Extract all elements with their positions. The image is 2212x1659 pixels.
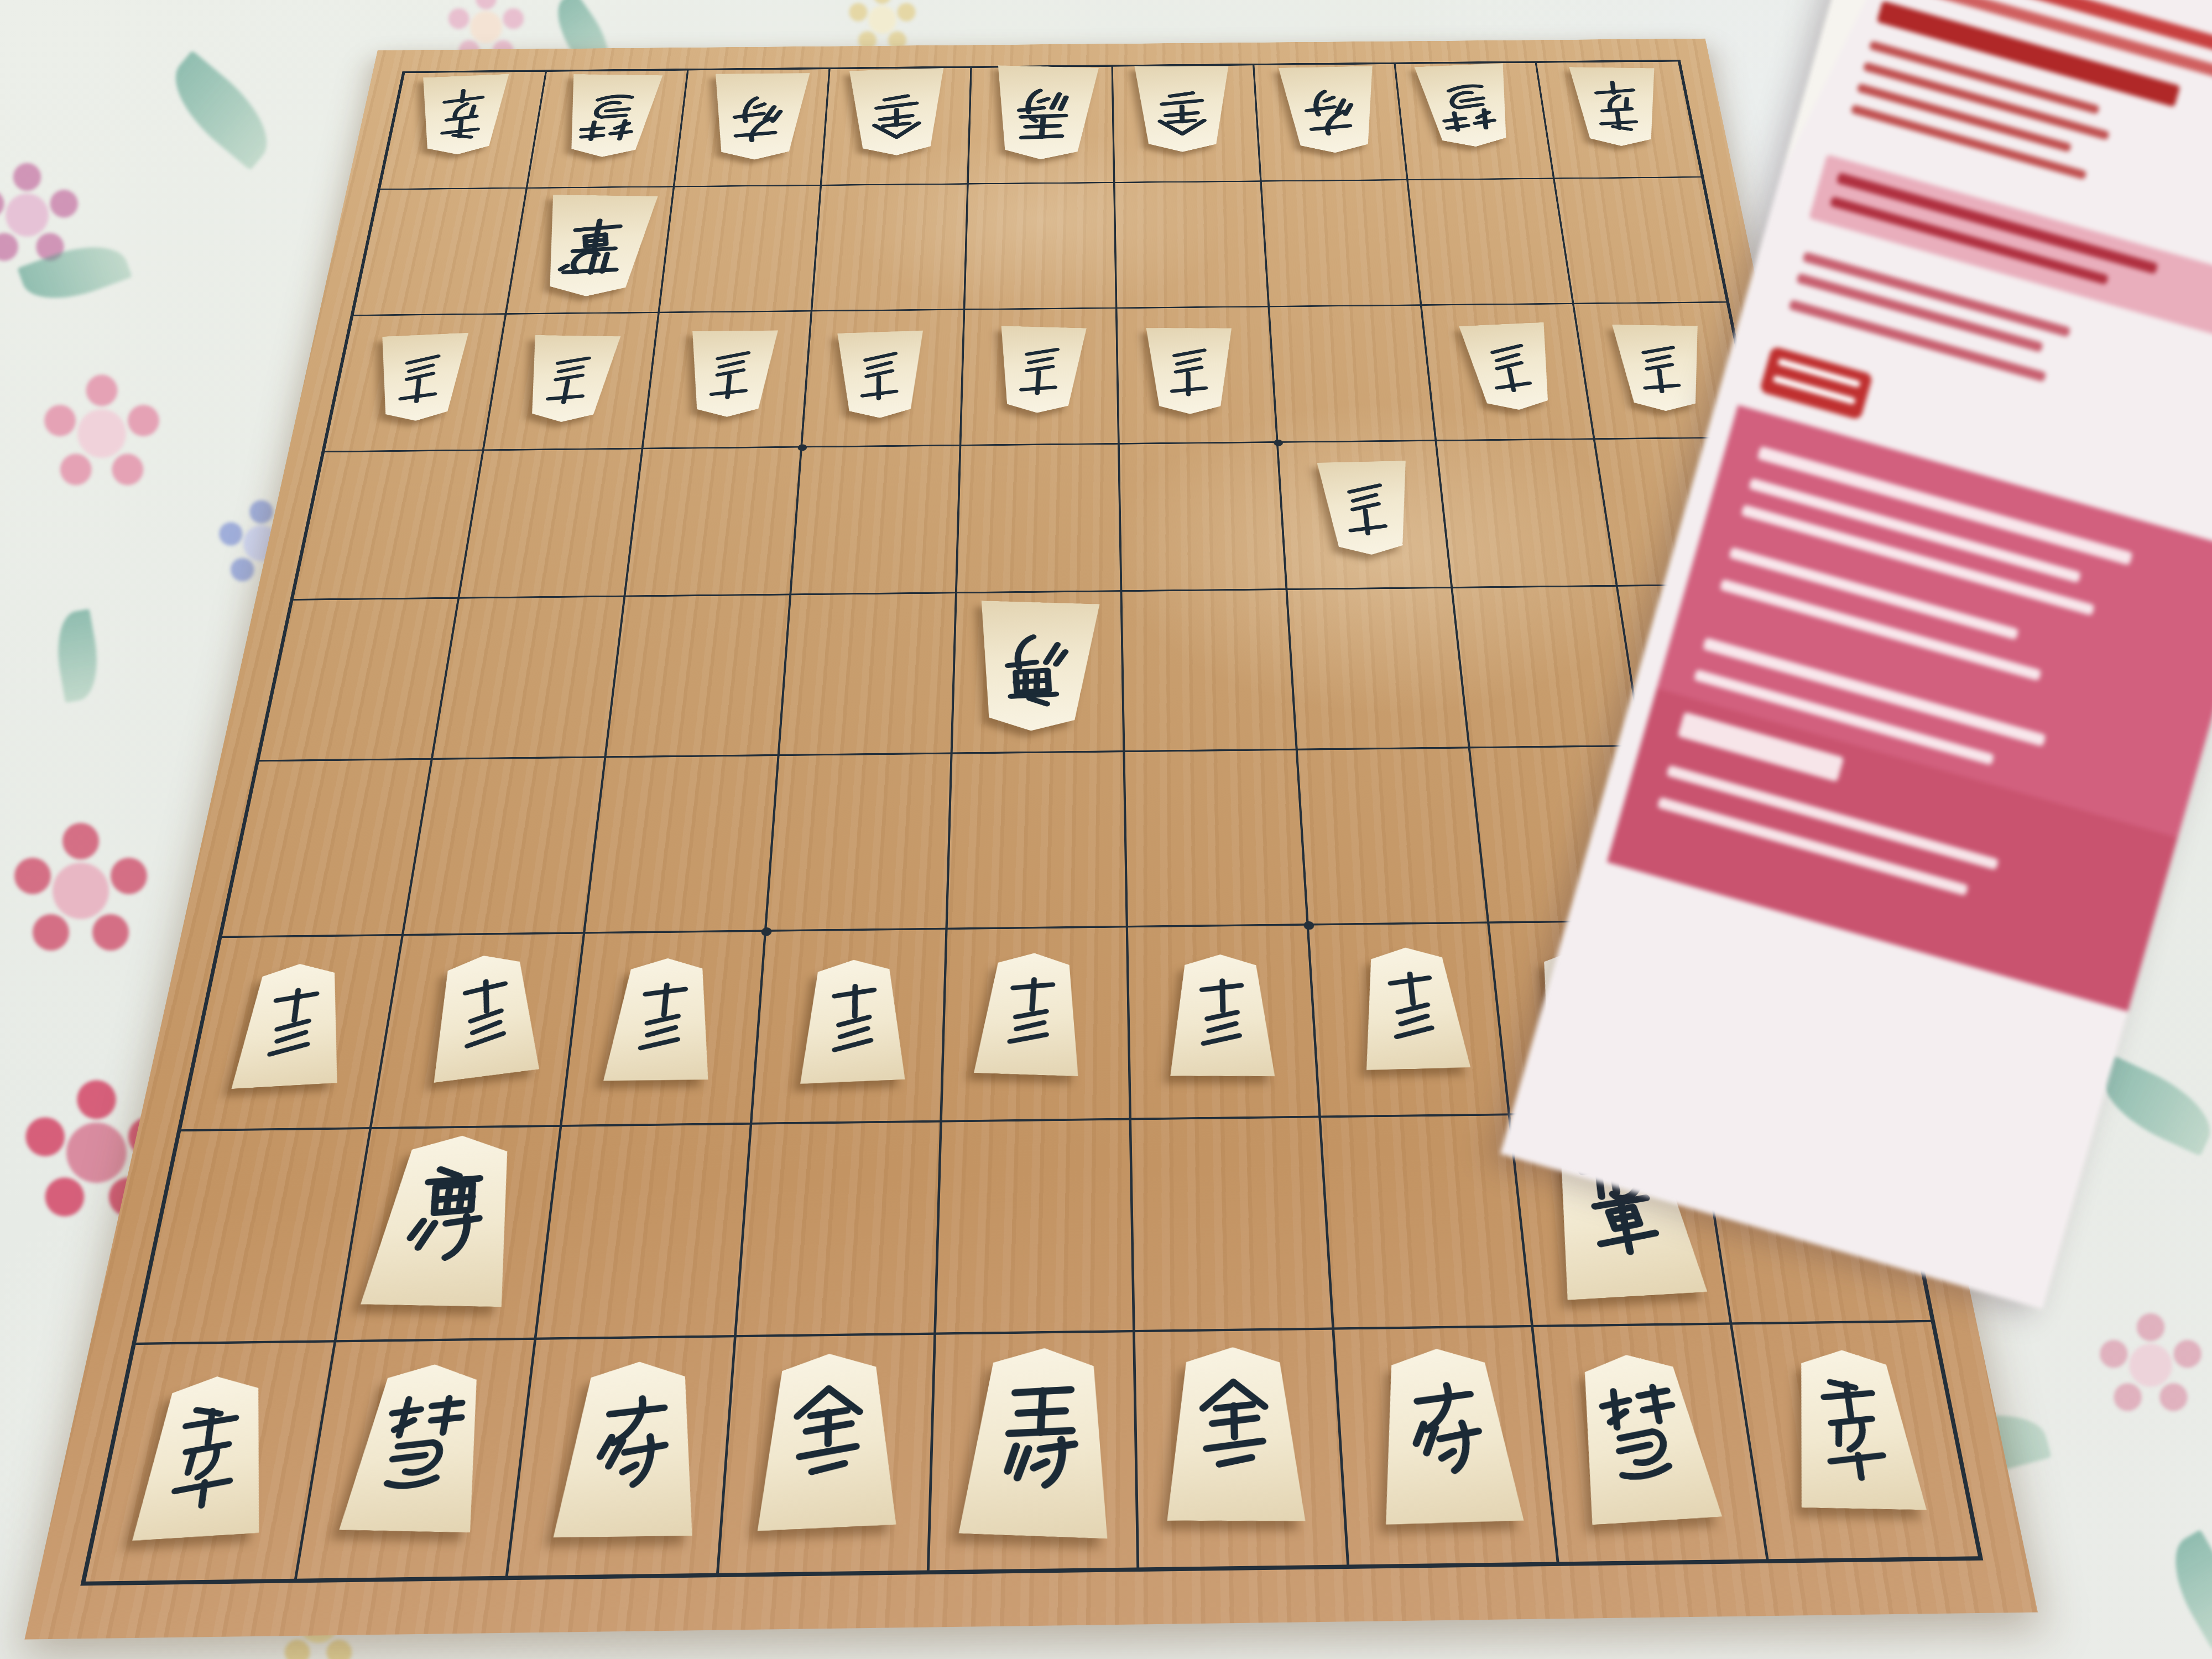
board-cell-9x3[interactable] (325, 315, 507, 452)
board-cell-1x9[interactable] (1733, 1322, 1978, 1559)
shogi-piece-gote-g[interactable] (1130, 66, 1235, 153)
shogi-piece-sente-s[interactable] (549, 1361, 710, 1538)
board-cell-5x2[interactable] (965, 183, 1118, 310)
board-cell-7x4[interactable] (625, 447, 802, 597)
board-cell-5x5[interactable] (952, 592, 1125, 754)
board-cell-5x8[interactable] (936, 1120, 1135, 1334)
shogi-piece-gote-p[interactable] (1459, 324, 1563, 410)
board-cell-9x6[interactable] (222, 760, 432, 938)
shogi-piece-gote-l[interactable] (408, 75, 514, 155)
shogi-piece-gote-p[interactable] (680, 330, 781, 417)
board-cell-9x2[interactable] (353, 189, 528, 316)
flower-ornament (77, 409, 126, 458)
board-cell-4x9[interactable] (1135, 1330, 1349, 1568)
shogi-piece-sente-p[interactable] (1353, 947, 1473, 1069)
shogi-piece-gote-s[interactable] (703, 73, 813, 160)
flower-ornament (6, 194, 49, 237)
shogi-piece-gote-p[interactable] (1315, 461, 1419, 555)
flower-ornament (53, 863, 109, 919)
photo-scene: { "game": "Shogi", "scene": "Overhead ph… (0, 0, 2212, 1659)
shogi-piece-sente-g[interactable] (749, 1353, 903, 1528)
board-cell-8x8[interactable] (336, 1127, 562, 1343)
shogi-piece-gote-r[interactable] (531, 195, 659, 296)
board-cell-5x9[interactable] (929, 1332, 1139, 1570)
board-cell-5x7[interactable] (942, 927, 1131, 1122)
board-cell-9x1[interactable] (380, 72, 547, 190)
shogi-piece-gote-n[interactable] (555, 74, 664, 157)
shogi-piece-gote-g[interactable] (843, 69, 949, 155)
board-cell-3x9[interactable] (1334, 1327, 1559, 1564)
flower-ornament (470, 11, 502, 43)
shogi-piece-sente-l[interactable] (1775, 1349, 1933, 1510)
board-cell-4x1[interactable] (1113, 65, 1262, 183)
board-cell-4x3[interactable] (1118, 307, 1279, 444)
shogi-piece-gote-s[interactable] (1277, 66, 1386, 153)
shogi-piece-sente-p[interactable] (794, 959, 910, 1082)
leaf-ornament (50, 609, 105, 703)
board-cell-7x5[interactable] (606, 595, 791, 758)
shogi-piece-gote-k[interactable] (989, 66, 1100, 159)
shogi-piece-gote-l[interactable] (1564, 67, 1670, 146)
board-cell-8x4[interactable] (460, 449, 643, 598)
shogi-piece-gote-p[interactable] (831, 331, 928, 418)
board-cell-2x1[interactable] (1396, 63, 1555, 180)
board-cell-4x5[interactable] (1123, 590, 1298, 752)
board-cell-7x6[interactable] (585, 756, 779, 934)
board-cell-2x4[interactable] (1437, 440, 1618, 588)
hoshi-star-point (1303, 921, 1314, 930)
board-cell-6x4[interactable] (791, 446, 961, 596)
board-cell-7x9[interactable] (508, 1337, 737, 1575)
board-cell-3x3[interactable] (1270, 306, 1437, 443)
shogi-piece-gote-p[interactable] (994, 326, 1087, 413)
board-cell-3x6[interactable] (1298, 748, 1490, 925)
board-cell-6x1[interactable] (822, 68, 972, 186)
board-cell-1x1[interactable] (1537, 61, 1701, 179)
board-cell-6x6[interactable] (766, 754, 952, 932)
board-cell-4x6[interactable] (1125, 750, 1309, 928)
flower-ornament (868, 6, 896, 34)
board-cell-6x9[interactable] (719, 1335, 936, 1573)
board-cell-7x8[interactable] (536, 1125, 752, 1340)
leaf-ornament (17, 232, 132, 312)
shogi-piece-sente-k[interactable] (959, 1347, 1118, 1537)
board-cell-5x6[interactable] (947, 752, 1128, 930)
shogi-piece-sente-s[interactable] (1368, 1348, 1527, 1524)
board-cell-3x1[interactable] (1255, 64, 1408, 182)
board-cell-5x4[interactable] (957, 445, 1122, 594)
board-cell-1x2[interactable] (1555, 178, 1726, 304)
shogi-piece-sente-g[interactable] (1161, 1347, 1312, 1522)
board-cell-8x7[interactable] (372, 934, 585, 1129)
shogi-piece-sente-n[interactable] (338, 1364, 499, 1532)
shogi-piece-sente-p[interactable] (974, 952, 1086, 1075)
flower-ornament (66, 1123, 127, 1183)
board-cell-7x2[interactable] (660, 186, 822, 313)
board-cell-4x4[interactable] (1120, 443, 1288, 592)
board-cell-3x2[interactable] (1262, 180, 1422, 307)
shogi-piece-sente-p[interactable] (600, 958, 722, 1081)
board-cell-8x5[interactable] (432, 597, 625, 760)
board-cell-6x7[interactable] (752, 930, 947, 1125)
board-cell-9x8[interactable] (135, 1129, 371, 1345)
board-cell-5x3[interactable] (961, 309, 1120, 446)
shogi-piece-gote-p[interactable] (1607, 325, 1714, 411)
board-cell-8x2[interactable] (507, 187, 675, 315)
board-cell-6x3[interactable] (802, 310, 965, 448)
magazine-text-bar (1898, 0, 2212, 93)
board-cell-4x8[interactable] (1131, 1118, 1334, 1332)
magazine-pink-panel (1607, 405, 2212, 1011)
board-cell-5x1[interactable] (968, 67, 1115, 185)
board-cell-3x5[interactable] (1288, 588, 1470, 750)
magazine-panel-text-bar (1677, 712, 1844, 782)
board-cell-3x4[interactable] (1279, 441, 1453, 590)
board-cell-9x9[interactable] (86, 1342, 336, 1581)
board-cell-2x5[interactable] (1453, 587, 1642, 749)
board-cell-8x6[interactable] (404, 758, 606, 936)
board-cell-3x7[interactable] (1309, 924, 1510, 1118)
board-cell-4x2[interactable] (1115, 182, 1270, 309)
shogi-piece-gote-b[interactable] (971, 602, 1101, 732)
board-cell-7x3[interactable] (643, 311, 812, 449)
shogi-piece-gote-p[interactable] (517, 335, 622, 422)
board-cell-7x7[interactable] (562, 932, 766, 1127)
board-cell-6x8[interactable] (736, 1123, 942, 1338)
board-cell-8x9[interactable] (297, 1340, 536, 1579)
shogi-piece-sente-n[interactable] (1564, 1354, 1722, 1522)
shogi-piece-sente-b[interactable] (359, 1135, 531, 1307)
shogi-piece-gote-p[interactable] (1142, 327, 1238, 414)
shogi-piece-sente-l[interactable] (124, 1375, 286, 1538)
board-cell-7x1[interactable] (675, 69, 830, 187)
board-cell-2x3[interactable] (1422, 304, 1595, 441)
shogi-piece-sente-p[interactable] (420, 954, 547, 1077)
hoshi-star-point (1274, 440, 1283, 446)
magazine-badge (1759, 346, 1873, 420)
board-cell-6x2[interactable] (812, 185, 969, 312)
board-cell-2x2[interactable] (1408, 179, 1574, 306)
board-cell-8x1[interactable] (528, 70, 688, 189)
leaf-ornament (157, 50, 285, 170)
board-cell-9x4[interactable] (293, 451, 484, 601)
shogi-piece-gote-p[interactable] (366, 334, 474, 421)
shogi-piece-gote-n[interactable] (1415, 65, 1521, 147)
board-cell-9x7[interactable] (181, 936, 404, 1131)
board-cell-4x7[interactable] (1128, 926, 1321, 1120)
shogi-piece-sente-p[interactable] (225, 963, 358, 1086)
leaf-ornament (2157, 1530, 2212, 1650)
board-cell-2x9[interactable] (1533, 1325, 1768, 1562)
board-cell-6x5[interactable] (779, 593, 957, 756)
flower-ornament (2129, 1344, 2172, 1387)
board-cell-9x5[interactable] (259, 599, 460, 762)
board-cell-8x3[interactable] (484, 313, 659, 451)
shogi-piece-sente-p[interactable] (1165, 953, 1280, 1076)
